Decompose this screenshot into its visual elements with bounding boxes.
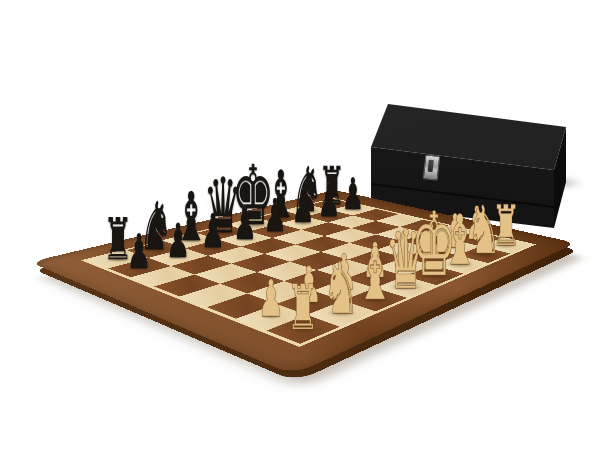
product-photo: ♜♞♝♛♚♝♞♜♟♟♟♟♟♟♟♟♟♟♟♟♟♟♟♟♜♞♝♛♚♝♞♜	[0, 0, 600, 450]
box-latch-icon	[423, 154, 441, 180]
board-playing-area	[81, 198, 536, 347]
